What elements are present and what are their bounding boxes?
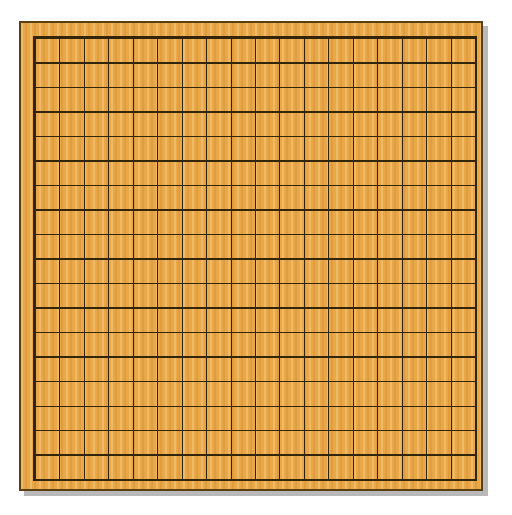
stones-layer	[23, 26, 487, 492]
go-board	[19, 21, 483, 491]
go-diagram	[0, 0, 512, 515]
